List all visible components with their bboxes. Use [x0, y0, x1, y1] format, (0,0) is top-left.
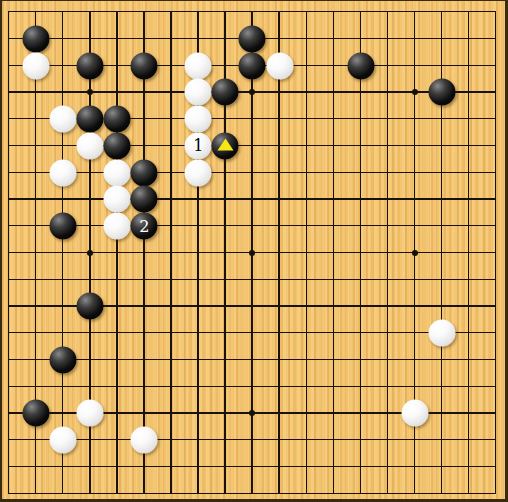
star-point [87, 89, 93, 95]
white-stone[interactable] [104, 159, 131, 186]
white-stone[interactable] [50, 159, 77, 186]
black-stone[interactable]: 2 [131, 213, 158, 240]
black-stone[interactable] [212, 132, 239, 159]
black-stone[interactable] [23, 25, 50, 52]
black-stone[interactable] [77, 106, 104, 133]
white-stone[interactable] [50, 106, 77, 133]
black-stone[interactable] [428, 79, 455, 106]
star-point [249, 410, 255, 416]
go-board[interactable]: 12 [2, 1, 505, 499]
go-diagram: 12 [0, 0, 508, 502]
black-stone[interactable] [131, 186, 158, 213]
move-number-label: 1 [193, 138, 203, 154]
white-stone[interactable] [185, 106, 212, 133]
black-stone[interactable] [131, 52, 158, 79]
white-stone[interactable] [185, 52, 212, 79]
move-number-label: 2 [139, 218, 149, 234]
white-stone[interactable] [104, 213, 131, 240]
black-stone[interactable] [23, 400, 50, 427]
white-stone[interactable] [185, 79, 212, 106]
black-stone[interactable] [104, 106, 131, 133]
white-stone[interactable] [266, 52, 293, 79]
black-stone[interactable] [239, 52, 266, 79]
black-stone[interactable] [104, 132, 131, 159]
white-stone[interactable] [131, 427, 158, 454]
star-point [249, 250, 255, 256]
star-point [249, 89, 255, 95]
star-point [412, 250, 418, 256]
white-stone[interactable] [23, 52, 50, 79]
black-stone[interactable] [50, 346, 77, 373]
black-stone[interactable] [77, 52, 104, 79]
black-stone[interactable] [212, 79, 239, 106]
white-stone[interactable] [185, 159, 212, 186]
triangle-marker-icon [217, 139, 233, 151]
white-stone[interactable]: 1 [185, 132, 212, 159]
white-stone[interactable] [428, 320, 455, 347]
star-point [87, 250, 93, 256]
black-stone[interactable] [77, 293, 104, 320]
white-stone[interactable] [401, 400, 428, 427]
white-stone[interactable] [50, 427, 77, 454]
black-stone[interactable] [239, 25, 266, 52]
star-point [412, 89, 418, 95]
white-stone[interactable] [77, 400, 104, 427]
black-stone[interactable] [50, 213, 77, 240]
black-stone[interactable] [131, 159, 158, 186]
white-stone[interactable] [104, 186, 131, 213]
white-stone[interactable] [77, 132, 104, 159]
black-stone[interactable] [347, 52, 374, 79]
